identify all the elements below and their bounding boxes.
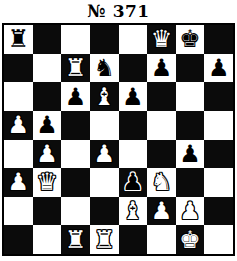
- piece-white-bishop: ♝: [90, 82, 119, 111]
- square-e7[interactable]: [119, 54, 148, 83]
- square-g4[interactable]: ♟: [176, 140, 205, 169]
- piece-white-bishop: ♝: [119, 197, 148, 226]
- square-d2[interactable]: [90, 197, 119, 226]
- piece-black-rook: ♜: [4, 25, 33, 54]
- square-g5[interactable]: [176, 111, 205, 140]
- square-e5[interactable]: [119, 111, 148, 140]
- square-g3[interactable]: [176, 168, 205, 197]
- square-g6[interactable]: [176, 82, 205, 111]
- square-h2[interactable]: [204, 197, 233, 226]
- square-c5[interactable]: [61, 111, 90, 140]
- square-a2[interactable]: [4, 197, 33, 226]
- piece-black-pawn: ♟: [119, 168, 148, 197]
- square-h3[interactable]: [204, 168, 233, 197]
- square-e6[interactable]: ♟: [119, 82, 148, 111]
- square-c8[interactable]: [61, 25, 90, 54]
- piece-white-rook: ♜: [90, 225, 119, 254]
- piece-white-pawn: ♟: [90, 140, 119, 169]
- square-g2[interactable]: ♟: [176, 197, 205, 226]
- square-f3[interactable]: ♞: [147, 168, 176, 197]
- square-h8[interactable]: [204, 25, 233, 54]
- piece-black-pawn: ♟: [147, 54, 176, 83]
- square-c3[interactable]: [61, 168, 90, 197]
- square-d5[interactable]: [90, 111, 119, 140]
- piece-black-pawn: ♟: [176, 140, 205, 169]
- square-d1[interactable]: ♜: [90, 225, 119, 254]
- piece-black-knight: ♞: [90, 54, 119, 83]
- square-d6[interactable]: ♝: [90, 82, 119, 111]
- piece-white-pawn: ♟: [176, 197, 205, 226]
- piece-white-pawn: ♟: [4, 168, 33, 197]
- square-g8[interactable]: ♚: [176, 25, 205, 54]
- square-c2[interactable]: [61, 197, 90, 226]
- piece-white-king: ♚: [176, 225, 205, 254]
- square-f5[interactable]: [147, 111, 176, 140]
- square-b1[interactable]: [33, 225, 62, 254]
- piece-black-pawn: ♟: [204, 54, 233, 83]
- square-b4[interactable]: ♟: [33, 140, 62, 169]
- square-f1[interactable]: [147, 225, 176, 254]
- square-a3[interactable]: ♟: [4, 168, 33, 197]
- square-a6[interactable]: [4, 82, 33, 111]
- square-c4[interactable]: [61, 140, 90, 169]
- square-h7[interactable]: ♟: [204, 54, 233, 83]
- square-d4[interactable]: ♟: [90, 140, 119, 169]
- square-d3[interactable]: [90, 168, 119, 197]
- square-b5[interactable]: ♟: [33, 111, 62, 140]
- square-h1[interactable]: [204, 225, 233, 254]
- square-c1[interactable]: ♜: [61, 225, 90, 254]
- piece-white-pawn: ♟: [33, 140, 62, 169]
- square-f4[interactable]: [147, 140, 176, 169]
- square-c6[interactable]: ♟: [61, 82, 90, 111]
- square-e4[interactable]: [119, 140, 148, 169]
- square-e2[interactable]: ♝: [119, 197, 148, 226]
- square-d8[interactable]: [90, 25, 119, 54]
- piece-white-rook: ♜: [61, 225, 90, 254]
- square-f7[interactable]: ♟: [147, 54, 176, 83]
- square-a8[interactable]: ♜: [4, 25, 33, 54]
- puzzle-number: № 371: [0, 0, 237, 22]
- puzzle-page: № 371 ♜♛♚♜♞♟♟♟♝♟♟♟♟♟♟♟♛♟♞♝♟♟♜♜♚: [0, 0, 237, 261]
- piece-white-rook: ♜: [61, 54, 90, 83]
- piece-black-pawn: ♟: [33, 111, 62, 140]
- square-a5[interactable]: ♟: [4, 111, 33, 140]
- square-d7[interactable]: ♞: [90, 54, 119, 83]
- square-a4[interactable]: [4, 140, 33, 169]
- square-b7[interactable]: [33, 54, 62, 83]
- square-f8[interactable]: ♛: [147, 25, 176, 54]
- piece-black-king: ♚: [176, 25, 205, 54]
- square-h4[interactable]: [204, 140, 233, 169]
- square-g7[interactable]: [176, 54, 205, 83]
- square-e8[interactable]: [119, 25, 148, 54]
- piece-white-queen: ♛: [147, 25, 176, 54]
- piece-black-pawn: ♟: [119, 82, 148, 111]
- piece-black-pawn: ♟: [61, 82, 90, 111]
- piece-white-pawn: ♟: [4, 111, 33, 140]
- square-a7[interactable]: [4, 54, 33, 83]
- square-c7[interactable]: ♜: [61, 54, 90, 83]
- square-e3[interactable]: ♟: [119, 168, 148, 197]
- piece-white-queen: ♛: [33, 168, 62, 197]
- square-b8[interactable]: [33, 25, 62, 54]
- square-b3[interactable]: ♛: [33, 168, 62, 197]
- piece-white-knight: ♞: [147, 168, 176, 197]
- piece-white-pawn: ♟: [147, 197, 176, 226]
- square-a1[interactable]: [4, 225, 33, 254]
- square-e1[interactable]: [119, 225, 148, 254]
- square-h5[interactable]: [204, 111, 233, 140]
- square-g1[interactable]: ♚: [176, 225, 205, 254]
- square-h6[interactable]: [204, 82, 233, 111]
- square-b2[interactable]: [33, 197, 62, 226]
- square-b6[interactable]: [33, 82, 62, 111]
- square-f6[interactable]: [147, 82, 176, 111]
- square-f2[interactable]: ♟: [147, 197, 176, 226]
- chess-board: ♜♛♚♜♞♟♟♟♝♟♟♟♟♟♟♟♛♟♞♝♟♟♜♜♚: [2, 23, 235, 256]
